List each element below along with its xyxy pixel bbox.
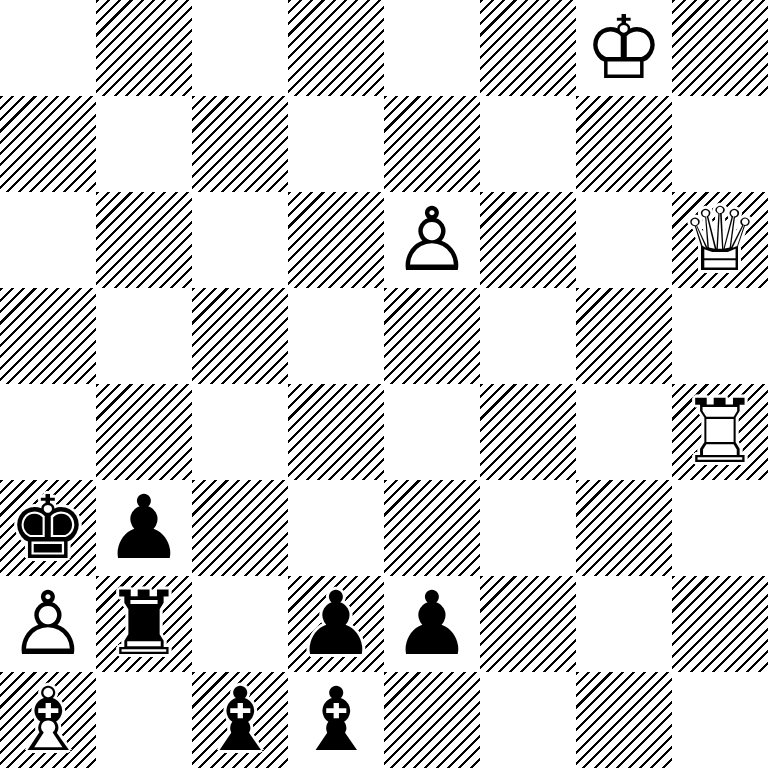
square-a1[interactable]: ♝♗ xyxy=(0,672,96,768)
square-b7[interactable] xyxy=(96,96,192,192)
square-h4[interactable]: ♜♖ xyxy=(672,384,768,480)
black-king-glyph: ♚ xyxy=(0,480,96,576)
piece-black-pawn-b3[interactable]: ♟♟ xyxy=(96,480,192,576)
chess-board: ♚♔♟♙♛♕♜♖♚♚♟♟♟♙♜♜♟♟♟♟♝♗♝♝♝♝ xyxy=(0,0,768,768)
square-c1[interactable]: ♝♝ xyxy=(192,672,288,768)
square-e1[interactable] xyxy=(384,672,480,768)
piece-white-rook-h4[interactable]: ♜♖ xyxy=(672,384,768,480)
black-pawn-glyph: ♟ xyxy=(96,480,192,576)
square-a3[interactable]: ♚♚ xyxy=(0,480,96,576)
square-h7[interactable] xyxy=(672,96,768,192)
square-f3[interactable] xyxy=(480,480,576,576)
square-f6[interactable] xyxy=(480,192,576,288)
square-a7[interactable] xyxy=(0,96,96,192)
piece-white-king-g8[interactable]: ♚♔ xyxy=(576,0,672,96)
square-g2[interactable] xyxy=(576,576,672,672)
square-a5[interactable] xyxy=(0,288,96,384)
square-e8[interactable] xyxy=(384,0,480,96)
white-king-glyph: ♔ xyxy=(576,0,672,96)
square-e2[interactable]: ♟♟ xyxy=(384,576,480,672)
square-e4[interactable] xyxy=(384,384,480,480)
square-h6[interactable]: ♛♕ xyxy=(672,192,768,288)
square-h3[interactable] xyxy=(672,480,768,576)
square-d3[interactable] xyxy=(288,480,384,576)
square-d2[interactable]: ♟♟ xyxy=(288,576,384,672)
piece-black-pawn-d2[interactable]: ♟♟ xyxy=(288,576,384,672)
square-b3[interactable]: ♟♟ xyxy=(96,480,192,576)
square-d8[interactable] xyxy=(288,0,384,96)
square-g3[interactable] xyxy=(576,480,672,576)
square-d7[interactable] xyxy=(288,96,384,192)
square-g8[interactable]: ♚♔ xyxy=(576,0,672,96)
piece-white-queen-h6[interactable]: ♛♕ xyxy=(672,192,768,288)
square-d5[interactable] xyxy=(288,288,384,384)
square-e7[interactable] xyxy=(384,96,480,192)
square-c8[interactable] xyxy=(192,0,288,96)
square-b6[interactable] xyxy=(96,192,192,288)
square-a8[interactable] xyxy=(0,0,96,96)
black-pawn-glyph: ♟ xyxy=(384,576,480,672)
square-h5[interactable] xyxy=(672,288,768,384)
square-f8[interactable] xyxy=(480,0,576,96)
white-pawn-glyph: ♙ xyxy=(0,576,96,672)
black-bishop-glyph: ♝ xyxy=(192,672,288,768)
square-f4[interactable] xyxy=(480,384,576,480)
square-a6[interactable] xyxy=(0,192,96,288)
square-g4[interactable] xyxy=(576,384,672,480)
square-a4[interactable] xyxy=(0,384,96,480)
square-f7[interactable] xyxy=(480,96,576,192)
square-g5[interactable] xyxy=(576,288,672,384)
square-b2[interactable]: ♜♜ xyxy=(96,576,192,672)
black-rook-glyph: ♜ xyxy=(96,576,192,672)
piece-black-king-a3[interactable]: ♚♚ xyxy=(0,480,96,576)
square-c3[interactable] xyxy=(192,480,288,576)
square-h2[interactable] xyxy=(672,576,768,672)
piece-black-bishop-c1[interactable]: ♝♝ xyxy=(192,672,288,768)
white-queen-glyph: ♕ xyxy=(672,192,768,288)
square-b8[interactable] xyxy=(96,0,192,96)
square-e3[interactable] xyxy=(384,480,480,576)
square-c4[interactable] xyxy=(192,384,288,480)
piece-white-pawn-e6[interactable]: ♟♙ xyxy=(384,192,480,288)
square-d6[interactable] xyxy=(288,192,384,288)
square-f2[interactable] xyxy=(480,576,576,672)
square-e5[interactable] xyxy=(384,288,480,384)
square-c6[interactable] xyxy=(192,192,288,288)
white-pawn-glyph: ♙ xyxy=(384,192,480,288)
square-d1[interactable]: ♝♝ xyxy=(288,672,384,768)
square-c7[interactable] xyxy=(192,96,288,192)
square-g1[interactable] xyxy=(576,672,672,768)
square-g7[interactable] xyxy=(576,96,672,192)
white-rook-glyph: ♖ xyxy=(672,384,768,480)
piece-black-rook-b2[interactable]: ♜♜ xyxy=(96,576,192,672)
piece-black-pawn-e2[interactable]: ♟♟ xyxy=(384,576,480,672)
square-f5[interactable] xyxy=(480,288,576,384)
white-bishop-glyph: ♗ xyxy=(0,672,96,768)
square-a2[interactable]: ♟♙ xyxy=(0,576,96,672)
square-b5[interactable] xyxy=(96,288,192,384)
square-g6[interactable] xyxy=(576,192,672,288)
square-e6[interactable]: ♟♙ xyxy=(384,192,480,288)
black-pawn-glyph: ♟ xyxy=(288,576,384,672)
square-b4[interactable] xyxy=(96,384,192,480)
square-d4[interactable] xyxy=(288,384,384,480)
piece-black-bishop-d1[interactable]: ♝♝ xyxy=(288,672,384,768)
piece-white-bishop-a1[interactable]: ♝♗ xyxy=(0,672,96,768)
square-b1[interactable] xyxy=(96,672,192,768)
square-c2[interactable] xyxy=(192,576,288,672)
square-h8[interactable] xyxy=(672,0,768,96)
square-c5[interactable] xyxy=(192,288,288,384)
square-f1[interactable] xyxy=(480,672,576,768)
square-h1[interactable] xyxy=(672,672,768,768)
black-bishop-glyph: ♝ xyxy=(288,672,384,768)
piece-white-pawn-a2[interactable]: ♟♙ xyxy=(0,576,96,672)
